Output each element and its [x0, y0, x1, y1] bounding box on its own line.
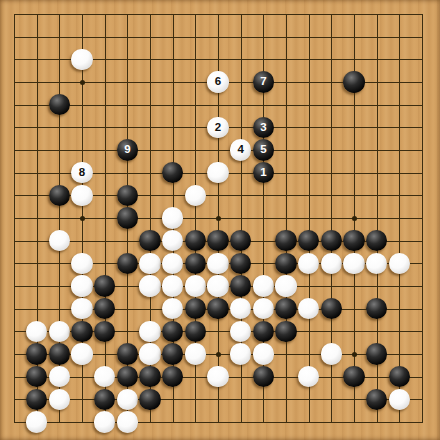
stone-white	[71, 49, 93, 71]
stone-white-move-4: 4	[230, 139, 252, 161]
stone-black-move-3: 3	[253, 117, 275, 139]
grid-line-vertical	[399, 14, 400, 423]
stone-black	[275, 298, 297, 320]
stone-black	[162, 366, 184, 388]
stone-black	[139, 366, 161, 388]
stone-black	[162, 162, 184, 184]
stone-white	[185, 185, 207, 207]
stone-white	[26, 321, 48, 343]
stone-white	[230, 321, 252, 343]
stone-white	[71, 253, 93, 275]
stone-black	[298, 230, 320, 252]
stone-black	[117, 343, 139, 365]
star-point	[352, 352, 357, 357]
stone-white	[162, 207, 184, 229]
stone-black	[94, 389, 116, 411]
grid-line-vertical	[286, 14, 287, 423]
stone-black	[207, 298, 229, 320]
star-point	[80, 216, 85, 221]
stone-white	[139, 321, 161, 343]
stone-white	[321, 253, 343, 275]
stone-white	[207, 253, 229, 275]
stone-black	[94, 321, 116, 343]
stone-black	[275, 321, 297, 343]
stone-black	[343, 71, 365, 93]
grid-line-vertical	[309, 14, 310, 423]
stone-black	[207, 230, 229, 252]
stone-white	[298, 253, 320, 275]
stone-white	[207, 162, 229, 184]
stone-white	[185, 343, 207, 365]
stone-white	[139, 253, 161, 275]
stone-black	[185, 230, 207, 252]
stone-white	[49, 366, 71, 388]
stone-white	[230, 343, 252, 365]
stone-black	[366, 298, 388, 320]
stone-white	[230, 298, 252, 320]
go-board[interactable]: 672394581	[0, 0, 440, 440]
stone-black	[26, 343, 48, 365]
stone-white	[253, 343, 275, 365]
stone-black	[230, 230, 252, 252]
stone-white	[321, 343, 343, 365]
stone-black-move-9: 9	[117, 139, 139, 161]
stone-black	[162, 321, 184, 343]
stone-black	[139, 389, 161, 411]
stone-white	[139, 275, 161, 297]
stone-black	[366, 389, 388, 411]
stone-black	[185, 298, 207, 320]
stone-black	[49, 343, 71, 365]
stone-black	[117, 253, 139, 275]
stone-black	[26, 366, 48, 388]
stone-white	[162, 298, 184, 320]
stone-white	[139, 343, 161, 365]
stone-white	[49, 389, 71, 411]
stone-black	[185, 321, 207, 343]
stone-black	[366, 230, 388, 252]
stone-white	[49, 230, 71, 252]
stone-black	[366, 343, 388, 365]
stone-black	[71, 321, 93, 343]
stone-black	[49, 94, 71, 116]
stone-white	[298, 366, 320, 388]
star-point	[216, 216, 221, 221]
stone-black	[94, 298, 116, 320]
stone-black	[117, 366, 139, 388]
star-point	[80, 80, 85, 85]
stone-white	[343, 253, 365, 275]
stone-white	[71, 343, 93, 365]
stone-white	[71, 298, 93, 320]
stone-white	[253, 275, 275, 297]
stone-black	[230, 253, 252, 275]
stone-white	[162, 230, 184, 252]
grid-line-vertical	[422, 14, 423, 423]
stone-white-move-6: 6	[207, 71, 229, 93]
stone-white-move-8: 8	[71, 162, 93, 184]
stone-black	[117, 207, 139, 229]
stone-black	[26, 389, 48, 411]
stone-white	[71, 275, 93, 297]
stone-black-move-7: 7	[253, 71, 275, 93]
stone-black	[321, 230, 343, 252]
stone-black	[230, 275, 252, 297]
stone-black-move-1: 1	[253, 162, 275, 184]
stone-white	[207, 275, 229, 297]
stone-black	[162, 343, 184, 365]
star-point	[216, 352, 221, 357]
stone-white	[389, 389, 411, 411]
stone-black	[343, 230, 365, 252]
stone-white	[117, 411, 139, 433]
stone-white	[71, 185, 93, 207]
stone-white	[94, 411, 116, 433]
stone-black	[185, 253, 207, 275]
stone-white	[207, 366, 229, 388]
stone-black	[117, 185, 139, 207]
stone-black	[139, 230, 161, 252]
stone-white	[117, 389, 139, 411]
stone-white-move-2: 2	[207, 117, 229, 139]
stone-white	[389, 253, 411, 275]
stone-black-move-5: 5	[253, 139, 275, 161]
grid-line-horizontal	[14, 399, 423, 400]
stone-white	[162, 253, 184, 275]
stone-white	[366, 253, 388, 275]
stone-white	[94, 366, 116, 388]
star-point	[352, 216, 357, 221]
stone-black	[94, 275, 116, 297]
stone-white	[253, 298, 275, 320]
stone-white	[275, 275, 297, 297]
stone-black	[275, 230, 297, 252]
stone-white	[26, 411, 48, 433]
stone-white	[162, 275, 184, 297]
stone-black	[389, 366, 411, 388]
stone-black	[321, 298, 343, 320]
stone-black	[275, 253, 297, 275]
grid-line-horizontal	[14, 422, 423, 423]
stone-black	[343, 366, 365, 388]
stone-white	[185, 275, 207, 297]
stone-black	[49, 185, 71, 207]
stone-black	[253, 366, 275, 388]
stone-white	[298, 298, 320, 320]
stone-white	[49, 321, 71, 343]
stone-black	[253, 321, 275, 343]
